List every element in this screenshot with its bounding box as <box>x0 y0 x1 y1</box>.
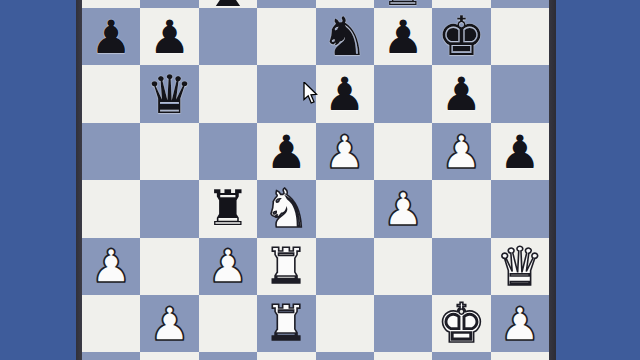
square-b4[interactable] <box>140 180 198 237</box>
square-c3[interactable]: ♟ <box>199 238 257 295</box>
black-pawn[interactable]: ♟ <box>149 14 190 60</box>
square-f5[interactable] <box>374 123 432 180</box>
square-c5[interactable] <box>199 123 257 180</box>
square-b8[interactable] <box>140 0 198 8</box>
square-b7[interactable]: ♟ <box>140 8 198 65</box>
black-pawn[interactable]: ♟ <box>441 71 482 117</box>
square-f6[interactable] <box>374 65 432 122</box>
square-a3[interactable]: ♟ <box>82 238 140 295</box>
square-h1[interactable] <box>491 352 549 360</box>
square-b3[interactable] <box>140 238 198 295</box>
square-h2[interactable]: ♟ <box>491 295 549 352</box>
chess-board[interactable]: ♝♜♟♟♞♟♚♛♟♟♟♟♟♟♜♞♟♟♟♜♛♟♜♚♟ <box>82 0 549 360</box>
black-rook[interactable]: ♜ <box>206 184 250 233</box>
square-b2[interactable]: ♟ <box>140 295 198 352</box>
square-e6[interactable]: ♟ <box>316 65 374 122</box>
white-pawn[interactable]: ♟ <box>149 301 190 347</box>
square-d3[interactable]: ♜ <box>257 238 315 295</box>
square-c7[interactable] <box>199 8 257 65</box>
white-rook[interactable]: ♜ <box>264 299 308 348</box>
square-e2[interactable] <box>316 295 374 352</box>
black-pawn[interactable]: ♟ <box>382 14 423 60</box>
square-a7[interactable]: ♟ <box>82 8 140 65</box>
black-pawn[interactable]: ♟ <box>324 71 365 117</box>
square-d2[interactable]: ♜ <box>257 295 315 352</box>
square-c1[interactable] <box>199 352 257 360</box>
square-c2[interactable] <box>199 295 257 352</box>
square-g3[interactable] <box>432 238 490 295</box>
square-d1[interactable] <box>257 352 315 360</box>
white-pawn[interactable]: ♟ <box>382 186 423 232</box>
square-g1[interactable] <box>432 352 490 360</box>
black-queen[interactable]: ♛ <box>146 68 194 121</box>
square-f2[interactable] <box>374 295 432 352</box>
square-e4[interactable] <box>316 180 374 237</box>
square-b1[interactable] <box>140 352 198 360</box>
white-pawn[interactable]: ♟ <box>324 129 365 175</box>
white-knight[interactable]: ♞ <box>263 182 311 235</box>
square-e3[interactable] <box>316 238 374 295</box>
white-rook[interactable]: ♜ <box>264 242 308 291</box>
square-a5[interactable] <box>82 123 140 180</box>
black-pawn[interactable]: ♟ <box>91 14 132 60</box>
square-e7[interactable]: ♞ <box>316 8 374 65</box>
white-queen[interactable]: ♛ <box>496 240 544 293</box>
square-c4[interactable]: ♜ <box>199 180 257 237</box>
square-g4[interactable] <box>432 180 490 237</box>
white-king[interactable]: ♚ <box>437 297 485 351</box>
square-h6[interactable] <box>491 65 549 122</box>
square-f1[interactable] <box>374 352 432 360</box>
square-h3[interactable]: ♛ <box>491 238 549 295</box>
square-f8[interactable]: ♜ <box>374 0 432 8</box>
square-a2[interactable] <box>82 295 140 352</box>
square-e1[interactable] <box>316 352 374 360</box>
square-d4[interactable]: ♞ <box>257 180 315 237</box>
white-pawn[interactable]: ♟ <box>499 301 540 347</box>
mouse-cursor-icon <box>303 82 320 106</box>
square-b5[interactable] <box>140 123 198 180</box>
square-g2[interactable]: ♚ <box>432 295 490 352</box>
square-d7[interactable] <box>257 8 315 65</box>
square-d8[interactable] <box>257 0 315 8</box>
square-c6[interactable] <box>199 65 257 122</box>
square-g6[interactable]: ♟ <box>432 65 490 122</box>
square-a8[interactable] <box>82 0 140 8</box>
square-d5[interactable]: ♟ <box>257 123 315 180</box>
square-f4[interactable]: ♟ <box>374 180 432 237</box>
square-a6[interactable] <box>82 65 140 122</box>
square-h7[interactable] <box>491 8 549 65</box>
white-pawn[interactable]: ♟ <box>91 243 132 289</box>
chess-app-viewport: ♝♜♟♟♞♟♚♛♟♟♟♟♟♟♜♞♟♟♟♜♛♟♜♚♟ <box>0 0 640 360</box>
black-pawn[interactable]: ♟ <box>266 129 307 175</box>
white-pawn[interactable]: ♟ <box>441 129 482 175</box>
square-e5[interactable]: ♟ <box>316 123 374 180</box>
black-knight[interactable]: ♞ <box>321 10 369 63</box>
black-pawn[interactable]: ♟ <box>499 129 540 175</box>
square-g7[interactable]: ♚ <box>432 8 490 65</box>
square-a1[interactable] <box>82 352 140 360</box>
square-a4[interactable] <box>82 180 140 237</box>
white-pawn[interactable]: ♟ <box>207 243 248 289</box>
black-king[interactable]: ♚ <box>437 10 485 64</box>
square-b6[interactable]: ♛ <box>140 65 198 122</box>
square-h8[interactable] <box>491 0 549 8</box>
square-h5[interactable]: ♟ <box>491 123 549 180</box>
square-f7[interactable]: ♟ <box>374 8 432 65</box>
square-f3[interactable] <box>374 238 432 295</box>
square-c8[interactable]: ♝ <box>199 0 257 8</box>
square-g5[interactable]: ♟ <box>432 123 490 180</box>
square-h4[interactable] <box>491 180 549 237</box>
